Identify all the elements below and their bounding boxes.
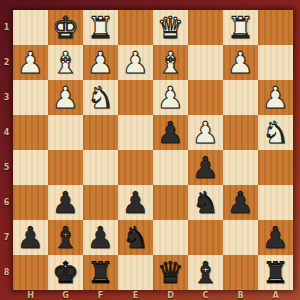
square-f4[interactable]	[83, 115, 118, 150]
square-c2[interactable]	[188, 45, 223, 80]
square-a3[interactable]: ♟	[258, 80, 293, 115]
square-b3[interactable]	[223, 80, 258, 115]
square-a7[interactable]: ♟	[258, 220, 293, 255]
file-label-a: A	[258, 290, 293, 300]
black-bishop[interactable]: ♝	[188, 255, 223, 290]
square-d1[interactable]: ♛	[153, 10, 188, 45]
square-g5[interactable]	[48, 150, 83, 185]
square-d2[interactable]: ♝	[153, 45, 188, 80]
square-d6[interactable]	[153, 185, 188, 220]
white-pawn[interactable]: ♟	[223, 45, 258, 80]
white-queen[interactable]: ♛	[153, 10, 188, 45]
rank-label-5: 5	[0, 150, 13, 185]
rank-label-3: 3	[0, 80, 13, 115]
black-pawn[interactable]: ♟	[13, 220, 48, 255]
square-g1[interactable]: ♚	[48, 10, 83, 45]
black-pawn[interactable]: ♟	[83, 220, 118, 255]
square-h3[interactable]	[13, 80, 48, 115]
square-b5[interactable]	[223, 150, 258, 185]
square-e5[interactable]	[118, 150, 153, 185]
rank-label-2: 2	[0, 45, 13, 80]
white-king[interactable]: ♚	[48, 10, 83, 45]
square-e3[interactable]	[118, 80, 153, 115]
square-g4[interactable]	[48, 115, 83, 150]
black-pawn[interactable]: ♟	[188, 150, 223, 185]
square-d7[interactable]	[153, 220, 188, 255]
file-label-c: C	[188, 290, 223, 300]
square-c7[interactable]	[188, 220, 223, 255]
square-e4[interactable]	[118, 115, 153, 150]
square-e7[interactable]: ♞	[118, 220, 153, 255]
square-a2[interactable]	[258, 45, 293, 80]
square-c3[interactable]	[188, 80, 223, 115]
square-a5[interactable]	[258, 150, 293, 185]
square-d5[interactable]	[153, 150, 188, 185]
black-bishop[interactable]: ♝	[48, 220, 83, 255]
file-label-e: E	[118, 290, 153, 300]
square-f6[interactable]	[83, 185, 118, 220]
black-rook[interactable]: ♜	[83, 255, 118, 290]
white-pawn[interactable]: ♟	[13, 45, 48, 80]
square-g8[interactable]: ♚	[48, 255, 83, 290]
white-knight[interactable]: ♞	[83, 80, 118, 115]
rank-label-1: 1	[0, 10, 13, 45]
square-h7[interactable]: ♟	[13, 220, 48, 255]
black-pawn[interactable]: ♟	[153, 115, 188, 150]
white-pawn[interactable]: ♟	[188, 115, 223, 150]
black-pawn[interactable]: ♟	[223, 185, 258, 220]
square-a6[interactable]	[258, 185, 293, 220]
square-c1[interactable]	[188, 10, 223, 45]
white-pawn[interactable]: ♟	[83, 45, 118, 80]
square-b6[interactable]: ♟	[223, 185, 258, 220]
square-d4[interactable]: ♟	[153, 115, 188, 150]
square-h2[interactable]: ♟	[13, 45, 48, 80]
square-e8[interactable]	[118, 255, 153, 290]
square-b2[interactable]: ♟	[223, 45, 258, 80]
square-g6[interactable]: ♟	[48, 185, 83, 220]
square-a1[interactable]	[258, 10, 293, 45]
square-f3[interactable]: ♞	[83, 80, 118, 115]
square-d8[interactable]: ♛	[153, 255, 188, 290]
white-rook[interactable]: ♜	[83, 10, 118, 45]
board-frame: ♚♜♛♜♟♝♟♟♝♟♟♞♟♟♟♟♞♟♟♟♞♟♟♝♟♞♟♚♜♛♝♜ 1234567…	[0, 0, 300, 300]
rank-label-8: 8	[0, 255, 13, 290]
file-label-d: D	[153, 290, 188, 300]
black-pawn[interactable]: ♟	[118, 185, 153, 220]
square-a8[interactable]: ♜	[258, 255, 293, 290]
square-h6[interactable]	[13, 185, 48, 220]
white-pawn[interactable]: ♟	[118, 45, 153, 80]
file-label-g: G	[48, 290, 83, 300]
square-c4[interactable]: ♟	[188, 115, 223, 150]
white-rook[interactable]: ♜	[223, 10, 258, 45]
square-h4[interactable]	[13, 115, 48, 150]
black-knight[interactable]: ♞	[118, 220, 153, 255]
square-c5[interactable]: ♟	[188, 150, 223, 185]
square-a4[interactable]: ♞	[258, 115, 293, 150]
square-f7[interactable]: ♟	[83, 220, 118, 255]
square-h8[interactable]	[13, 255, 48, 290]
black-knight[interactable]: ♞	[188, 185, 223, 220]
file-label-h: H	[13, 290, 48, 300]
square-h5[interactable]	[13, 150, 48, 185]
white-bishop[interactable]: ♝	[48, 45, 83, 80]
white-bishop[interactable]: ♝	[153, 45, 188, 80]
square-f8[interactable]: ♜	[83, 255, 118, 290]
square-e1[interactable]	[118, 10, 153, 45]
square-g7[interactable]: ♝	[48, 220, 83, 255]
white-pawn[interactable]: ♟	[258, 80, 293, 115]
file-label-f: F	[83, 290, 118, 300]
square-c6[interactable]: ♞	[188, 185, 223, 220]
black-pawn[interactable]: ♟	[258, 220, 293, 255]
square-e2[interactable]: ♟	[118, 45, 153, 80]
square-d3[interactable]: ♟	[153, 80, 188, 115]
square-h1[interactable]	[13, 10, 48, 45]
square-b1[interactable]: ♜	[223, 10, 258, 45]
square-f5[interactable]	[83, 150, 118, 185]
rank-label-4: 4	[0, 115, 13, 150]
white-pawn[interactable]: ♟	[153, 80, 188, 115]
square-f1[interactable]: ♜	[83, 10, 118, 45]
white-pawn[interactable]: ♟	[48, 80, 83, 115]
file-label-b: B	[223, 290, 258, 300]
square-f2[interactable]: ♟	[83, 45, 118, 80]
square-b4[interactable]	[223, 115, 258, 150]
white-knight[interactable]: ♞	[258, 115, 293, 150]
black-queen[interactable]: ♛	[153, 255, 188, 290]
square-g3[interactable]: ♟	[48, 80, 83, 115]
square-e6[interactable]: ♟	[118, 185, 153, 220]
black-king[interactable]: ♚	[48, 255, 83, 290]
chess-board: ♚♜♛♜♟♝♟♟♝♟♟♞♟♟♟♟♞♟♟♟♞♟♟♝♟♞♟♚♜♛♝♜	[13, 10, 293, 290]
square-c8[interactable]: ♝	[188, 255, 223, 290]
square-b8[interactable]	[223, 255, 258, 290]
rank-label-7: 7	[0, 220, 13, 255]
black-pawn[interactable]: ♟	[48, 185, 83, 220]
square-g2[interactable]: ♝	[48, 45, 83, 80]
black-rook[interactable]: ♜	[258, 255, 293, 290]
rank-label-6: 6	[0, 185, 13, 220]
square-b7[interactable]	[223, 220, 258, 255]
